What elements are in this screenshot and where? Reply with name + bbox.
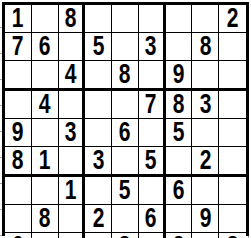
cell-r7c1[interactable] xyxy=(5,177,32,205)
cell-r3c4[interactable] xyxy=(85,61,112,91)
given-digit: 2 xyxy=(92,205,104,232)
cell-r6c2[interactable]: 1 xyxy=(32,147,59,177)
cell-r6c8[interactable]: 2 xyxy=(192,147,219,177)
cell-r4c2[interactable]: 4 xyxy=(32,91,59,119)
given-digit: 9 xyxy=(12,119,24,146)
cell-r5c8[interactable] xyxy=(192,119,219,147)
cell-r8c2[interactable]: 8 xyxy=(32,205,59,233)
cell-r5c4[interactable] xyxy=(85,119,112,147)
sudoku-page: 18276538489478393658135215682696328 xyxy=(0,0,251,238)
given-digit: 2 xyxy=(227,5,239,32)
cell-r1c8[interactable] xyxy=(192,5,219,33)
given-digit: 4 xyxy=(39,91,51,118)
given-digit: 3 xyxy=(145,33,157,60)
given-digit: 6 xyxy=(39,33,51,60)
given-digit: 1 xyxy=(39,147,51,174)
cell-r2c9[interactable] xyxy=(219,33,246,61)
cell-r6c5[interactable] xyxy=(112,147,139,177)
cell-r4c3[interactable] xyxy=(59,91,86,119)
cell-r4c7[interactable]: 8 xyxy=(166,91,193,119)
given-digit: 9 xyxy=(173,61,185,88)
cell-r9c3[interactable] xyxy=(59,233,86,238)
given-digit: 3 xyxy=(92,147,104,174)
given-digit: 1 xyxy=(12,5,24,32)
given-digit: 1 xyxy=(65,177,77,204)
given-digit: 8 xyxy=(12,147,24,174)
cell-r4c9[interactable] xyxy=(219,91,246,119)
cell-r4c1[interactable] xyxy=(5,91,32,119)
cell-r6c7[interactable] xyxy=(166,147,193,177)
cell-r2c2[interactable]: 6 xyxy=(32,33,59,61)
given-digit: 5 xyxy=(119,177,131,204)
given-digit: 3 xyxy=(65,119,77,146)
cell-r2c1[interactable]: 7 xyxy=(5,33,32,61)
given-digit: 7 xyxy=(12,33,24,60)
cell-r3c7[interactable]: 9 xyxy=(166,61,193,91)
given-digit: 6 xyxy=(119,119,131,146)
given-digit: 6 xyxy=(12,233,24,238)
cell-r3c2[interactable] xyxy=(32,61,59,91)
given-digit: 5 xyxy=(92,33,104,60)
cell-r3c3[interactable]: 4 xyxy=(59,61,86,91)
cell-r1c4[interactable] xyxy=(85,5,112,33)
given-digit: 8 xyxy=(39,205,51,232)
given-digit: 2 xyxy=(199,147,211,174)
cell-r8c5[interactable] xyxy=(112,205,139,233)
given-digit: 5 xyxy=(145,147,157,174)
cell-r5c1[interactable]: 9 xyxy=(5,119,32,147)
cell-r8c3[interactable] xyxy=(59,205,86,233)
cell-r2c3[interactable] xyxy=(59,33,86,61)
cell-r3c1[interactable] xyxy=(5,61,32,91)
cell-r6c3[interactable] xyxy=(59,147,86,177)
cell-r2c6[interactable]: 3 xyxy=(139,33,166,61)
cell-r4c4[interactable] xyxy=(85,91,112,119)
cell-r8c4[interactable]: 2 xyxy=(85,205,112,233)
cell-r2c5[interactable] xyxy=(112,33,139,61)
cell-r8c8[interactable]: 9 xyxy=(192,205,219,233)
cell-r7c5[interactable]: 5 xyxy=(112,177,139,205)
cell-r1c2[interactable] xyxy=(32,5,59,33)
cell-r8c9[interactable] xyxy=(219,205,246,233)
cell-r8c1[interactable] xyxy=(5,205,32,233)
cell-r8c7[interactable] xyxy=(166,205,193,233)
cell-r7c2[interactable] xyxy=(32,177,59,205)
cell-r9c7[interactable]: 2 xyxy=(166,233,193,238)
cell-r9c8[interactable] xyxy=(192,233,219,238)
cell-r6c1[interactable]: 8 xyxy=(5,147,32,177)
given-digit: 8 xyxy=(173,91,185,118)
cell-r9c5[interactable]: 3 xyxy=(112,233,139,238)
cell-r1c1[interactable]: 1 xyxy=(5,5,32,33)
cell-r6c6[interactable]: 5 xyxy=(139,147,166,177)
cell-r5c7[interactable]: 5 xyxy=(166,119,193,147)
cell-r3c8[interactable] xyxy=(192,61,219,91)
cell-r2c8[interactable]: 8 xyxy=(192,33,219,61)
cell-r5c6[interactable] xyxy=(139,119,166,147)
cell-r7c6[interactable] xyxy=(139,177,166,205)
given-digit: 7 xyxy=(145,91,157,118)
cell-r5c9[interactable] xyxy=(219,119,246,147)
given-digit: 6 xyxy=(173,177,185,204)
cell-r4c5[interactable] xyxy=(112,91,139,119)
cell-r3c6[interactable] xyxy=(139,61,166,91)
cell-r5c2[interactable] xyxy=(32,119,59,147)
cell-r2c7[interactable] xyxy=(166,33,193,61)
given-digit: 8 xyxy=(199,33,211,60)
given-digit: 5 xyxy=(173,119,185,146)
cell-r9c6[interactable] xyxy=(139,233,166,238)
cell-r1c9[interactable]: 2 xyxy=(219,5,246,33)
cell-r1c6[interactable] xyxy=(139,5,166,33)
given-digit: 4 xyxy=(65,61,77,88)
cell-r7c4[interactable] xyxy=(85,177,112,205)
cell-r7c9[interactable] xyxy=(219,177,246,205)
cell-r5c3[interactable]: 3 xyxy=(59,119,86,147)
cell-r5c5[interactable]: 6 xyxy=(112,119,139,147)
cell-r9c2[interactable] xyxy=(32,233,59,238)
cell-r1c3[interactable]: 8 xyxy=(59,5,86,33)
cell-r1c5[interactable] xyxy=(112,5,139,33)
cell-r4c6[interactable]: 7 xyxy=(139,91,166,119)
cell-r9c4[interactable] xyxy=(85,233,112,238)
cell-r8c6[interactable]: 6 xyxy=(139,205,166,233)
cell-r7c3[interactable]: 1 xyxy=(59,177,86,205)
given-digit: 8 xyxy=(119,61,131,88)
cell-r3c5[interactable]: 8 xyxy=(112,61,139,91)
cell-r6c4[interactable]: 3 xyxy=(85,147,112,177)
cell-r2c4[interactable]: 5 xyxy=(85,33,112,61)
sudoku-board: 18276538489478393658135215682696328 xyxy=(2,2,249,236)
given-digit: 6 xyxy=(145,205,157,232)
cell-r9c1[interactable]: 6 xyxy=(5,233,32,238)
cell-r7c8[interactable] xyxy=(192,177,219,205)
given-digit: 3 xyxy=(119,233,131,238)
cell-r7c7[interactable]: 6 xyxy=(166,177,193,205)
given-digit: 2 xyxy=(173,233,185,238)
given-digit: 9 xyxy=(199,205,211,232)
cell-r9c9[interactable]: 8 xyxy=(219,233,246,238)
cell-r4c8[interactable]: 3 xyxy=(192,91,219,119)
cell-r3c9[interactable] xyxy=(219,61,246,91)
cell-r6c9[interactable] xyxy=(219,147,246,177)
given-digit: 3 xyxy=(199,91,211,118)
given-digit: 8 xyxy=(65,5,77,32)
given-digit: 8 xyxy=(227,233,239,238)
cell-r1c7[interactable] xyxy=(166,5,193,33)
